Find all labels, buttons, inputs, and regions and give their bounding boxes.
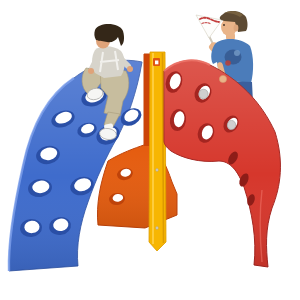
boy-shirt-print-accent: [225, 60, 231, 66]
boy-grip-hand: [219, 75, 226, 82]
boy-eye: [223, 24, 225, 26]
boy-shoe-in-hole: [227, 120, 235, 129]
boy-shoe-in-hole: [199, 89, 208, 99]
post-bevel-shade: [163, 53, 164, 243]
red-arch: [163, 60, 280, 267]
child-near-hand: [88, 68, 94, 74]
product-photo: Two children playing on a colorful plast…: [0, 0, 300, 300]
child-far-hand: [127, 66, 133, 72]
boy-shirt-print-accent: [234, 50, 240, 56]
post-screw: [156, 227, 159, 230]
child-eye: [98, 39, 100, 41]
red-arch-shade: [164, 60, 280, 267]
post-sticker-center: [155, 61, 158, 65]
post-screw: [156, 169, 159, 172]
boy-ear: [234, 25, 239, 32]
climbing-toy-illustration: [0, 0, 300, 300]
yellow-post: [149, 52, 166, 251]
